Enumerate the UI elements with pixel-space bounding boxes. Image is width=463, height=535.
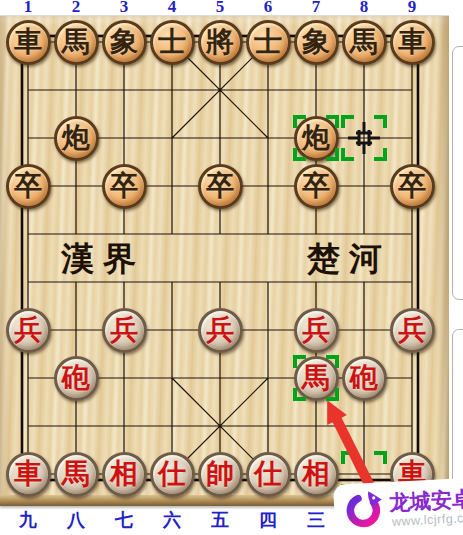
- piece-red-cannon[interactable]: 砲: [342, 356, 387, 401]
- file-label-top-1: 1: [24, 0, 33, 15]
- piece-glyph: 馬: [62, 23, 90, 61]
- piece-black-elephant[interactable]: 象: [102, 20, 147, 65]
- piece-glyph: 卒: [206, 167, 234, 205]
- piece-glyph: 仕: [254, 455, 282, 493]
- xiangqi-app-window: 漢界 楚河 123456789 九八七六五四三二一 車馬象士將士象馬車炮炮卒卒卒…: [0, 0, 463, 535]
- piece-black-soldier[interactable]: 卒: [294, 164, 339, 209]
- file-label-top-4: 4: [168, 0, 177, 15]
- piece-glyph: 士: [254, 23, 282, 61]
- piece-glyph: 炮: [302, 119, 330, 157]
- file-label-bottom-2: 八: [67, 509, 85, 531]
- piece-glyph: 卒: [14, 167, 42, 205]
- piece-red-advisor[interactable]: 仕: [150, 452, 195, 497]
- piece-glyph: 兵: [206, 311, 234, 349]
- piece-glyph: 卒: [302, 167, 330, 205]
- piece-black-horse[interactable]: 馬: [342, 20, 387, 65]
- file-label-top-8: 8: [360, 0, 369, 15]
- piece-black-chariot[interactable]: 車: [390, 20, 435, 65]
- file-label-bottom-4: 六: [163, 509, 181, 531]
- piece-black-general[interactable]: 將: [198, 20, 243, 65]
- river-label-right: 楚河: [299, 240, 399, 278]
- piece-red-horse[interactable]: 馬: [54, 452, 99, 497]
- piece-red-soldier[interactable]: 兵: [390, 308, 435, 353]
- piece-red-soldier[interactable]: 兵: [294, 308, 339, 353]
- piece-red-elephant[interactable]: 相: [294, 452, 339, 497]
- piece-red-cannon[interactable]: 砲: [54, 356, 99, 401]
- piece-black-horse[interactable]: 馬: [54, 20, 99, 65]
- piece-glyph: 砲: [350, 359, 378, 397]
- piece-glyph: 仕: [158, 455, 186, 493]
- file-label-top-3: 3: [120, 0, 129, 15]
- piece-black-chariot[interactable]: 車: [6, 20, 51, 65]
- piece-glyph: 馬: [62, 455, 90, 493]
- piece-red-soldier[interactable]: 兵: [198, 308, 243, 353]
- river-label-left: 漢界: [53, 240, 153, 278]
- watermark: 龙城安卓网 www.lcjrfg.com: [333, 477, 463, 535]
- piece-red-soldier[interactable]: 兵: [6, 308, 51, 353]
- piece-glyph: 車: [14, 23, 42, 61]
- piece-glyph: 砲: [62, 359, 90, 397]
- piece-black-soldier[interactable]: 卒: [390, 164, 435, 209]
- piece-glyph: 士: [158, 23, 186, 61]
- piece-red-horse[interactable]: 馬: [294, 356, 339, 401]
- piece-black-advisor[interactable]: 士: [150, 20, 195, 65]
- piece-red-advisor[interactable]: 仕: [246, 452, 291, 497]
- piece-glyph: 象: [302, 23, 330, 61]
- piece-red-general[interactable]: 帥: [198, 452, 243, 497]
- piece-red-chariot[interactable]: 車: [6, 452, 51, 497]
- piece-glyph: 兵: [14, 311, 42, 349]
- piece-black-cannon[interactable]: 炮: [294, 116, 339, 161]
- piece-glyph: 兵: [398, 311, 426, 349]
- piece-black-soldier[interactable]: 卒: [198, 164, 243, 209]
- piece-glyph: 將: [206, 23, 234, 61]
- file-label-top-9: 9: [408, 0, 417, 15]
- piece-black-elephant[interactable]: 象: [294, 20, 339, 65]
- file-label-bottom-3: 七: [115, 509, 133, 531]
- piece-glyph: 卒: [110, 167, 138, 205]
- dragon-logo-icon: [341, 487, 385, 531]
- piece-black-soldier[interactable]: 卒: [102, 164, 147, 209]
- piece-red-soldier[interactable]: 兵: [102, 308, 147, 353]
- piece-glyph: 炮: [62, 119, 90, 157]
- piece-glyph: 兵: [110, 311, 138, 349]
- piece-black-cannon[interactable]: 炮: [54, 116, 99, 161]
- file-label-bottom-6: 四: [259, 509, 277, 531]
- file-label-bottom-7: 三: [307, 509, 325, 531]
- piece-black-advisor[interactable]: 士: [246, 20, 291, 65]
- piece-glyph: 象: [110, 23, 138, 61]
- piece-glyph: 相: [302, 455, 330, 493]
- piece-glyph: 相: [110, 455, 138, 493]
- piece-glyph: 車: [14, 455, 42, 493]
- piece-glyph: 車: [398, 23, 426, 61]
- piece-black-soldier[interactable]: 卒: [6, 164, 51, 209]
- file-label-bottom-5: 五: [211, 509, 229, 531]
- piece-glyph: 兵: [302, 311, 330, 349]
- piece-glyph: 馬: [302, 359, 330, 397]
- piece-red-elephant[interactable]: 相: [102, 452, 147, 497]
- file-label-bottom-1: 九: [19, 509, 37, 531]
- file-label-top-2: 2: [72, 0, 81, 15]
- file-label-top-7: 7: [312, 0, 321, 15]
- file-label-top-6: 6: [264, 0, 273, 15]
- piece-glyph: 帥: [206, 455, 234, 493]
- piece-glyph: 卒: [398, 167, 426, 205]
- piece-glyph: 馬: [350, 23, 378, 61]
- file-label-top-5: 5: [216, 0, 225, 15]
